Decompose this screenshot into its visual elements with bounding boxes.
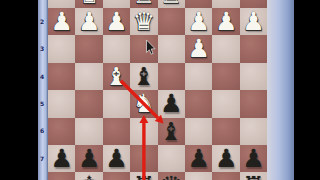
square-h8[interactable] — [48, 172, 75, 180]
rank-label-strip: 12345678 — [38, 0, 48, 180]
piece-white-pawn-b2[interactable]: ♟ — [212, 8, 239, 35]
piece-black-pawn-a7[interactable]: ♟ — [240, 145, 267, 172]
square-d2[interactable] — [158, 8, 185, 35]
piece-black-pawn-c7[interactable]: ♟ — [185, 145, 212, 172]
square-a3[interactable] — [240, 35, 267, 62]
square-f6[interactable] — [103, 118, 130, 145]
square-a4[interactable] — [240, 63, 267, 90]
rank-label-7: 7 — [38, 156, 46, 162]
square-h6[interactable] — [48, 118, 75, 145]
square-d7[interactable] — [158, 145, 185, 172]
piece-black-pawn-h7[interactable]: ♟ — [48, 145, 75, 172]
piece-white-pawn-h2[interactable]: ♟ — [48, 8, 75, 35]
piece-white-queen-e2[interactable]: ♛ — [130, 8, 157, 35]
square-b4[interactable] — [212, 63, 239, 90]
square-b8[interactable] — [212, 172, 239, 180]
square-e3[interactable] — [130, 35, 157, 62]
square-a5[interactable] — [240, 90, 267, 117]
piece-black-pawn-b7[interactable]: ♟ — [212, 145, 239, 172]
piece-white-pawn-c2[interactable]: ♟ — [185, 8, 212, 35]
piece-white-pawn-a2[interactable]: ♟ — [240, 8, 267, 35]
rank-label-2: 2 — [38, 19, 46, 25]
rank-label-6: 6 — [38, 128, 46, 134]
piece-black-bishop-d6[interactable]: ♝ — [158, 118, 185, 145]
chess-board[interactable]: ♚♜♜♟♟♟♛♟♟♟♟♝♝♞♟♝♟♟♟♟♟♟♚♜♛♜ — [48, 0, 267, 180]
piece-white-bishop-f4[interactable]: ♝ — [103, 63, 130, 90]
square-g5[interactable] — [75, 90, 102, 117]
piece-white-pawn-c3[interactable]: ♟ — [185, 35, 212, 62]
square-d4[interactable] — [158, 63, 185, 90]
square-b5[interactable] — [212, 90, 239, 117]
square-d3[interactable] — [158, 35, 185, 62]
piece-black-king-g8[interactable]: ♚ — [75, 172, 102, 180]
square-f3[interactable] — [103, 35, 130, 62]
square-e7[interactable] — [130, 145, 157, 172]
square-c8[interactable] — [185, 172, 212, 180]
square-e6[interactable] — [130, 118, 157, 145]
piece-white-pawn-f2[interactable]: ♟ — [103, 8, 130, 35]
piece-black-bishop-e4[interactable]: ♝ — [130, 63, 157, 90]
rank-label-3: 3 — [38, 46, 46, 52]
right-border-strip — [267, 0, 294, 180]
piece-black-pawn-f7[interactable]: ♟ — [103, 145, 130, 172]
rank-label-4: 4 — [38, 74, 46, 80]
square-c5[interactable] — [185, 90, 212, 117]
piece-white-rook-d1[interactable]: ♜ — [158, 0, 185, 8]
square-h5[interactable] — [48, 90, 75, 117]
square-g4[interactable] — [75, 63, 102, 90]
video-frame: 12345678 ♚♜♜♟♟♟♛♟♟♟♟♝♝♞♟♝♟♟♟♟♟♟♚♜♛♜ — [0, 0, 320, 180]
square-c4[interactable] — [185, 63, 212, 90]
rank-label-5: 5 — [38, 101, 46, 107]
piece-black-rook-a8[interactable]: ♜ — [240, 172, 267, 180]
piece-white-knight-e5[interactable]: ♞ — [130, 90, 157, 117]
piece-black-pawn-d5[interactable]: ♟ — [158, 90, 185, 117]
square-h4[interactable] — [48, 63, 75, 90]
square-f8[interactable] — [103, 172, 130, 180]
square-b6[interactable] — [212, 118, 239, 145]
square-f5[interactable] — [103, 90, 130, 117]
piece-black-queen-d8[interactable]: ♛ — [158, 172, 185, 180]
square-h3[interactable] — [48, 35, 75, 62]
piece-white-pawn-g2[interactable]: ♟ — [75, 8, 102, 35]
square-g3[interactable] — [75, 35, 102, 62]
square-c6[interactable] — [185, 118, 212, 145]
piece-black-rook-e8[interactable]: ♜ — [130, 172, 157, 180]
piece-black-pawn-g7[interactable]: ♟ — [75, 145, 102, 172]
square-g6[interactable] — [75, 118, 102, 145]
square-b3[interactable] — [212, 35, 239, 62]
square-a6[interactable] — [240, 118, 267, 145]
